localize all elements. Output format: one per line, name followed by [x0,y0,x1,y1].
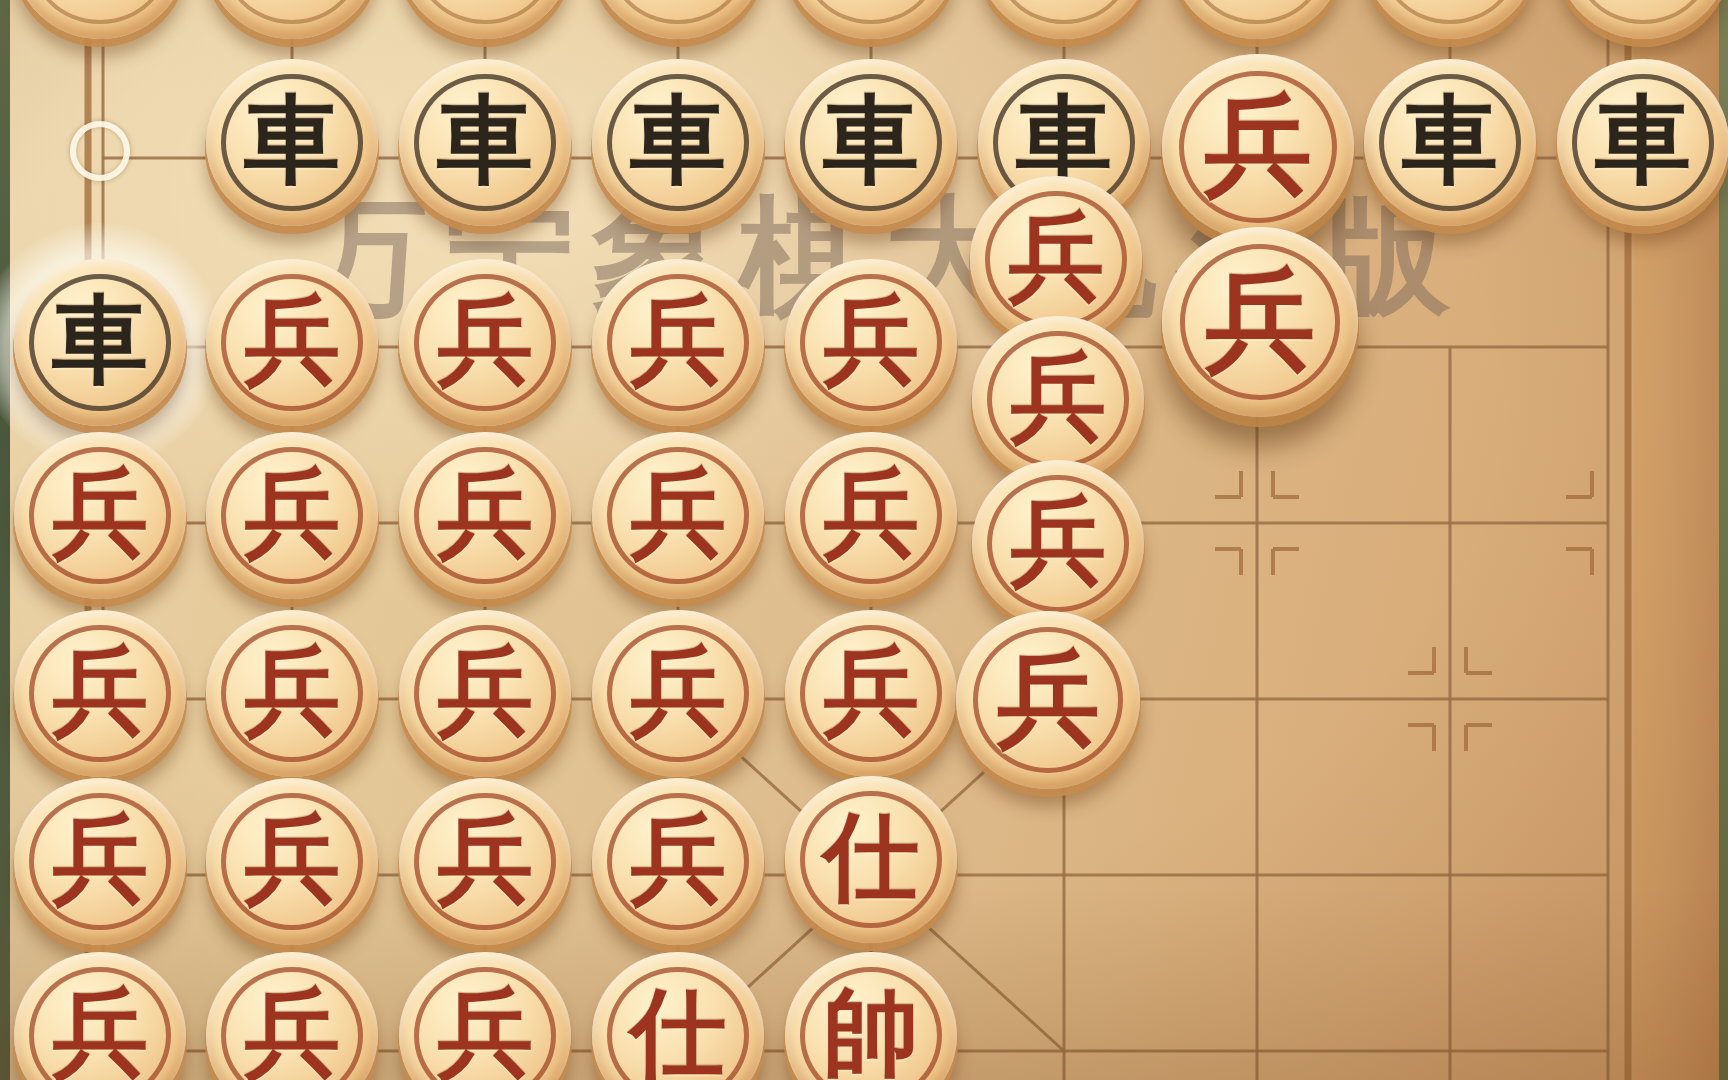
piece-red-soldier[interactable]: 兵 [972,316,1144,483]
piece-glyph: 兵 [244,465,340,561]
piece-glyph: 兵 [52,643,148,739]
point-markers [1215,471,1592,751]
piece-glyph: 車 [244,92,340,188]
piece-glyph: 車 [823,92,919,188]
piece-glyph: 兵 [1205,265,1315,375]
piece-glyph: 兵 [630,643,726,739]
piece-glyph: 兵 [52,811,148,907]
piece-black-chariot[interactable]: 車 [399,59,571,226]
piece-red-soldier[interactable]: 兵 [399,432,571,599]
piece-red-soldier[interactable]: 兵 [206,610,378,777]
piece-red-soldier[interactable]: 兵 [206,778,378,945]
piece-glyph: 兵 [437,465,533,561]
piece-glyph: 兵 [1204,91,1312,199]
piece-red-soldier[interactable]: 兵 [1162,227,1358,417]
piece-glyph: 兵 [1008,209,1104,305]
piece-glyph: 兵 [437,985,533,1080]
piece-red-soldier[interactable]: 兵 [592,432,764,599]
piece-red-soldier[interactable]: 兵 [592,259,764,426]
piece-glyph: 兵 [52,465,148,561]
piece-red-soldier[interactable]: 兵 [972,460,1144,627]
piece-black-chariot[interactable]: 車 [1557,59,1728,226]
piece-glyph: 帥 [823,985,919,1080]
move-origin-ring [70,121,130,181]
piece-red-soldier[interactable]: 兵 [14,778,186,945]
piece-glyph: 車 [1595,92,1691,188]
piece-glyph: 兵 [997,647,1100,750]
piece-red-soldier[interactable]: 兵 [592,778,764,945]
piece-glyph: 兵 [1010,349,1106,445]
piece-red-soldier[interactable]: 兵 [1162,54,1354,240]
piece-black-chariot[interactable]: 車 [785,59,957,226]
piece-glyph: 兵 [823,292,919,388]
piece-glyph: 兵 [823,643,919,739]
piece-glyph: 車 [437,92,533,188]
piece-red-soldier[interactable]: 兵 [399,259,571,426]
piece-glyph: 兵 [1010,493,1106,589]
piece-glyph: 兵 [437,643,533,739]
piece-glyph: 兵 [244,292,340,388]
piece-red-soldier[interactable]: 兵 [785,259,957,426]
piece-red-soldier[interactable]: 兵 [399,778,571,945]
piece-glyph: 兵 [244,643,340,739]
piece-glyph: 仕 [823,809,919,905]
piece-red-soldier[interactable]: 兵 [592,610,764,777]
piece-glyph: 車 [1016,92,1112,188]
piece-black-chariot[interactable]: 車 [14,259,186,426]
piece-glyph: 車 [52,292,148,388]
piece-glyph: 兵 [437,292,533,388]
piece-glyph: 兵 [244,985,340,1080]
piece-red-soldier[interactable]: 兵 [206,259,378,426]
piece-glyph: 兵 [630,292,726,388]
piece-glyph: 兵 [823,465,919,561]
piece-red-soldier[interactable]: 兵 [14,610,186,777]
xiangqi-board[interactable]: 万宁象棋大乱斗版 車車車車車車車兵車兵兵兵兵兵兵兵兵兵兵兵兵兵兵兵兵兵兵兵兵兵兵… [0,0,1728,1080]
piece-glyph: 兵 [52,985,148,1080]
piece-red-advisor[interactable]: 仕 [785,776,957,943]
piece-red-soldier[interactable]: 兵 [206,432,378,599]
piece-red-soldier[interactable]: 兵 [785,610,957,777]
piece-glyph: 車 [1402,92,1498,188]
piece-glyph: 兵 [244,811,340,907]
piece-glyph: 兵 [630,811,726,907]
piece-red-soldier[interactable]: 兵 [14,432,186,599]
piece-red-soldier[interactable]: 兵 [785,432,957,599]
piece-glyph: 車 [630,92,726,188]
piece-glyph: 兵 [630,465,726,561]
piece-red-soldier[interactable]: 兵 [956,611,1140,789]
piece-red-soldier[interactable]: 兵 [399,610,571,777]
piece-glyph: 仕 [630,985,726,1080]
piece-black-chariot[interactable]: 車 [1364,59,1536,226]
piece-glyph: 兵 [437,811,533,907]
piece-black-chariot[interactable]: 車 [592,59,764,226]
piece-black-chariot[interactable]: 車 [206,59,378,226]
